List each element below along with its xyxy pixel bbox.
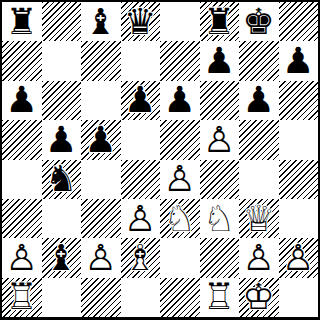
square-g2[interactable]: ♟♙ [239,238,279,277]
piece-white-pawn-outline: ♙ [279,238,319,277]
piece-white-pawn-outline: ♙ [239,238,279,277]
piece-white-rook: ♜ [200,278,240,317]
square-d8[interactable]: ♛ [121,2,161,41]
square-f2[interactable] [200,238,240,277]
piece-black-king: ♚ [239,2,279,41]
square-b1[interactable] [42,278,82,317]
square-a1[interactable]: ♜♖ [2,278,42,317]
square-c7[interactable] [81,41,121,80]
square-h5[interactable] [279,120,319,159]
square-h8[interactable] [279,2,319,41]
piece-black-pawn: ♟ [2,81,42,120]
piece-white-pawn-outline: ♙ [81,238,121,277]
piece-white-pawn: ♟ [81,238,121,277]
square-c3[interactable] [81,199,121,238]
piece-black-pawn: ♟ [279,41,319,80]
square-e5[interactable] [160,120,200,159]
square-e2[interactable] [160,238,200,277]
square-h1[interactable] [279,278,319,317]
square-f5[interactable]: ♟♙ [200,120,240,159]
piece-black-rook: ♜ [200,2,240,41]
piece-white-rook-outline: ♖ [2,278,42,317]
square-c2[interactable]: ♟♙ [81,238,121,277]
square-d2[interactable]: ♝♗ [121,238,161,277]
piece-white-king: ♚ [239,278,279,317]
square-e8[interactable] [160,2,200,41]
piece-white-bishop-outline: ♗ [121,238,161,277]
square-h4[interactable] [279,160,319,199]
square-a7[interactable] [2,41,42,80]
chess-board: ♜♝♛♜♚♟♟♟♟♟♟♟♟♟♙♞♟♙♟♙♞♘♞♘♛♕♟♙♝♟♙♝♗♟♙♟♙♜♖♜… [2,2,318,317]
piece-white-rook-outline: ♖ [200,278,240,317]
piece-white-pawn: ♟ [200,120,240,159]
square-e4[interactable]: ♟♙ [160,160,200,199]
piece-black-pawn: ♟ [81,120,121,159]
square-e1[interactable] [160,278,200,317]
chess-board-frame: ♜♝♛♜♚♟♟♟♟♟♟♟♟♟♙♞♟♙♟♙♞♘♞♘♛♕♟♙♝♟♙♝♗♟♙♟♙♜♖♜… [0,0,320,320]
piece-black-rook: ♜ [2,2,42,41]
square-a5[interactable] [2,120,42,159]
square-d4[interactable] [121,160,161,199]
square-g3[interactable]: ♛♕ [239,199,279,238]
square-f3[interactable]: ♞♘ [200,199,240,238]
piece-black-bishop: ♝ [81,2,121,41]
square-a4[interactable] [2,160,42,199]
piece-white-pawn-outline: ♙ [2,238,42,277]
piece-white-pawn-outline: ♙ [160,160,200,199]
piece-white-pawn-outline: ♙ [200,120,240,159]
square-f6[interactable] [200,81,240,120]
square-e6[interactable]: ♟ [160,81,200,120]
square-b6[interactable] [42,81,82,120]
piece-black-pawn: ♟ [160,81,200,120]
square-g6[interactable]: ♟ [239,81,279,120]
square-c1[interactable] [81,278,121,317]
piece-black-pawn: ♟ [42,120,82,159]
square-g4[interactable] [239,160,279,199]
piece-black-queen: ♛ [121,2,161,41]
square-c5[interactable]: ♟ [81,120,121,159]
piece-black-pawn: ♟ [200,41,240,80]
piece-white-bishop: ♝ [121,238,161,277]
square-d3[interactable]: ♟♙ [121,199,161,238]
square-d7[interactable] [121,41,161,80]
square-d5[interactable] [121,120,161,159]
square-a6[interactable]: ♟ [2,81,42,120]
square-h2[interactable]: ♟♙ [279,238,319,277]
square-f8[interactable]: ♜ [200,2,240,41]
piece-black-pawn: ♟ [121,81,161,120]
square-f1[interactable]: ♜♖ [200,278,240,317]
piece-white-knight: ♞ [200,199,240,238]
piece-white-knight-outline: ♘ [160,199,200,238]
piece-black-pawn: ♟ [239,81,279,120]
piece-black-bishop: ♝ [42,238,82,277]
square-d6[interactable]: ♟ [121,81,161,120]
square-e7[interactable] [160,41,200,80]
square-c6[interactable] [81,81,121,120]
square-b3[interactable] [42,199,82,238]
square-h7[interactable]: ♟ [279,41,319,80]
piece-white-knight-outline: ♘ [200,199,240,238]
square-b4[interactable]: ♞ [42,160,82,199]
piece-white-queen: ♛ [239,199,279,238]
piece-white-pawn-outline: ♙ [121,199,161,238]
piece-white-pawn: ♟ [121,199,161,238]
square-f7[interactable]: ♟ [200,41,240,80]
piece-white-pawn: ♟ [279,238,319,277]
square-c4[interactable] [81,160,121,199]
square-b7[interactable] [42,41,82,80]
piece-white-pawn: ♟ [160,160,200,199]
square-f4[interactable] [200,160,240,199]
square-a8[interactable]: ♜ [2,2,42,41]
square-b5[interactable]: ♟ [42,120,82,159]
piece-white-queen-outline: ♕ [239,199,279,238]
square-a3[interactable] [2,199,42,238]
square-h6[interactable] [279,81,319,120]
square-d1[interactable] [121,278,161,317]
piece-white-pawn: ♟ [2,238,42,277]
square-e3[interactable]: ♞♘ [160,199,200,238]
square-g1[interactable]: ♚♔ [239,278,279,317]
piece-white-rook: ♜ [2,278,42,317]
square-a2[interactable]: ♟♙ [2,238,42,277]
square-g7[interactable] [239,41,279,80]
piece-white-king-outline: ♔ [239,278,279,317]
square-g5[interactable] [239,120,279,159]
square-b8[interactable] [42,2,82,41]
square-b2[interactable]: ♝ [42,238,82,277]
square-h3[interactable] [279,199,319,238]
piece-white-pawn: ♟ [239,238,279,277]
square-c8[interactable]: ♝ [81,2,121,41]
square-g8[interactable]: ♚ [239,2,279,41]
piece-white-knight: ♞ [160,199,200,238]
piece-black-knight: ♞ [42,160,82,199]
